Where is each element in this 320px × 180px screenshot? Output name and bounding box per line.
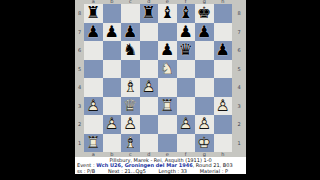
white-bishop-piece[interactable]: ♝♗: [121, 78, 140, 97]
piece-glyph: ♟: [195, 23, 214, 42]
coord-label-c: c: [121, 152, 140, 157]
chess-board: ♜♜♝♝♚♟♟♟♟♟♞♟♛♟♞♘♝♗♟♙♟♙♛♕♜♖♟♙♟♙♟♙♟♙♟♙♜♖♝♗…: [84, 4, 232, 152]
piece-outline: ♗: [121, 78, 140, 97]
piece-outline: ♙: [140, 78, 159, 97]
coord-label-2: 2: [75, 115, 84, 134]
black-bishop-piece[interactable]: ♝: [177, 4, 196, 23]
square-e7[interactable]: [158, 23, 177, 42]
piece-glyph: ♜: [140, 4, 159, 23]
white-pawn-piece[interactable]: ♟♙: [140, 78, 159, 97]
coord-label-e: e: [158, 152, 177, 157]
piece-glyph: ♜: [84, 4, 103, 23]
coord-label-h: h: [214, 152, 233, 157]
square-a5[interactable]: [84, 60, 103, 79]
rank-labels-right: 87654321: [232, 4, 246, 152]
black-bishop-piece[interactable]: ♝: [158, 4, 177, 23]
square-g2[interactable]: ♟♙: [195, 115, 214, 134]
square-d4[interactable]: ♟♙: [140, 78, 159, 97]
square-c6[interactable]: ♞: [121, 41, 140, 60]
coord-label-1: 1: [75, 134, 84, 153]
white-rook-piece[interactable]: ♜♖: [158, 97, 177, 116]
square-a8[interactable]: ♜: [84, 4, 103, 23]
square-g7[interactable]: ♟: [195, 23, 214, 42]
piece-glyph: ♟: [121, 23, 140, 42]
caption-stats: ss : P/B Next : 21...Qg5 Length : 33 Mat…: [75, 168, 246, 174]
black-pawn-piece[interactable]: ♟: [103, 23, 122, 42]
coord-label-f: f: [177, 152, 196, 157]
black-pawn-piece[interactable]: ♟: [121, 23, 140, 42]
square-f6[interactable]: ♛: [177, 41, 196, 60]
square-a4[interactable]: [84, 78, 103, 97]
piece-glyph: ♛: [177, 41, 196, 60]
square-d5[interactable]: [140, 60, 159, 79]
square-h1[interactable]: [214, 134, 233, 153]
square-h6[interactable]: ♟: [214, 41, 233, 60]
square-b5[interactable]: [103, 60, 122, 79]
piece-outline: ♖: [158, 97, 177, 116]
piece-outline: ♔: [195, 134, 214, 153]
board-frame: abcdefgh 87654321 ♜♜♝♝♚♟♟♟♟♟♞♟♛♟♞♘♝♗♟♙♟♙…: [75, 0, 246, 157]
black-pawn-piece[interactable]: ♟: [177, 23, 196, 42]
piece-outline: ♙: [214, 97, 233, 116]
white-king-piece[interactable]: ♚♔: [195, 134, 214, 153]
piece-glyph: ♟: [158, 41, 177, 60]
piece-outline: ♗: [121, 134, 140, 153]
coord-label-3: 3: [75, 97, 84, 116]
square-a3[interactable]: ♟♙: [84, 97, 103, 116]
square-h4[interactable]: [214, 78, 233, 97]
piece-glyph: ♟: [84, 23, 103, 42]
piece-glyph: ♞: [121, 41, 140, 60]
black-king-piece[interactable]: ♚: [195, 4, 214, 23]
square-g5[interactable]: [195, 60, 214, 79]
piece-outline: ♕: [121, 97, 140, 116]
square-h5[interactable]: [214, 60, 233, 79]
square-d3[interactable]: [140, 97, 159, 116]
square-e3[interactable]: ♜♖: [158, 97, 177, 116]
white-pawn-piece[interactable]: ♟♙: [121, 115, 140, 134]
square-f2[interactable]: ♟♙: [177, 115, 196, 134]
white-pawn-piece[interactable]: ♟♙: [103, 115, 122, 134]
coord-label-g: g: [195, 152, 214, 157]
square-h8[interactable]: [214, 4, 233, 23]
letterbox-left: [0, 0, 75, 180]
coord-label-6: 6: [75, 41, 84, 60]
piece-outline: ♙: [195, 115, 214, 134]
coord-label-d: d: [140, 152, 159, 157]
square-f1[interactable]: [177, 134, 196, 153]
square-e5[interactable]: ♞♘: [158, 60, 177, 79]
square-a1[interactable]: ♜♖: [84, 134, 103, 153]
square-e8[interactable]: ♝: [158, 4, 177, 23]
square-g1[interactable]: ♚♔: [195, 134, 214, 153]
square-f8[interactable]: ♝: [177, 4, 196, 23]
square-e2[interactable]: [158, 115, 177, 134]
piece-glyph: ♝: [158, 4, 177, 23]
square-e6[interactable]: ♟: [158, 41, 177, 60]
coord-label-1: 1: [232, 134, 246, 153]
square-a2[interactable]: [84, 115, 103, 134]
square-c3[interactable]: ♛♕: [121, 97, 140, 116]
square-b8[interactable]: [103, 4, 122, 23]
white-bishop-piece[interactable]: ♝♗: [121, 134, 140, 153]
square-c5[interactable]: [121, 60, 140, 79]
square-d7[interactable]: [140, 23, 159, 42]
square-f7[interactable]: ♟: [177, 23, 196, 42]
piece-outline: ♙: [84, 97, 103, 116]
piece-glyph: ♝: [177, 4, 196, 23]
square-c8[interactable]: [121, 4, 140, 23]
coord-label-3: 3: [232, 97, 246, 116]
piece-outline: ♙: [121, 115, 140, 134]
coord-label-2: 2: [232, 115, 246, 134]
piece-outline: ♙: [103, 115, 122, 134]
chess-diagram: abcdefgh 87654321 ♜♜♝♝♚♟♟♟♟♟♞♟♛♟♞♘♝♗♟♙♟♙…: [75, 0, 246, 180]
square-g3[interactable]: [195, 97, 214, 116]
white-pawn-piece[interactable]: ♟♙: [84, 97, 103, 116]
square-c7[interactable]: ♟: [121, 23, 140, 42]
square-d1[interactable]: [140, 134, 159, 153]
white-knight-piece[interactable]: ♞♘: [158, 60, 177, 79]
coord-label-8: 8: [75, 4, 84, 23]
square-b7[interactable]: ♟: [103, 23, 122, 42]
square-d2[interactable]: [140, 115, 159, 134]
coord-label-5: 5: [232, 60, 246, 79]
square-d8[interactable]: ♜: [140, 4, 159, 23]
square-g8[interactable]: ♚: [195, 4, 214, 23]
white-queen-piece[interactable]: ♛♕: [121, 97, 140, 116]
black-rook-piece[interactable]: ♜: [84, 4, 103, 23]
square-a6[interactable]: [84, 41, 103, 60]
square-b1[interactable]: [103, 134, 122, 153]
rank-labels-left: 87654321: [75, 4, 84, 152]
piece-glyph: ♟: [177, 23, 196, 42]
square-c1[interactable]: ♝♗: [121, 134, 140, 153]
black-pawn-piece[interactable]: ♟: [214, 41, 233, 60]
square-e1[interactable]: [158, 134, 177, 153]
square-h2[interactable]: [214, 115, 233, 134]
black-queen-piece[interactable]: ♛: [177, 41, 196, 60]
letterbox-right: [246, 0, 320, 180]
square-h7[interactable]: [214, 23, 233, 42]
coord-label-7: 7: [75, 23, 84, 42]
piece-glyph: ♟: [103, 23, 122, 42]
white-pawn-piece[interactable]: ♟♙: [195, 115, 214, 134]
square-b3[interactable]: [103, 97, 122, 116]
piece-outline: ♙: [177, 115, 196, 134]
black-pawn-piece[interactable]: ♟: [158, 41, 177, 60]
square-g6[interactable]: [195, 41, 214, 60]
square-c4[interactable]: ♝♗: [121, 78, 140, 97]
coord-label-4: 4: [75, 78, 84, 97]
file-labels-bottom: abcdefgh: [84, 152, 246, 157]
piece-outline: ♖: [84, 134, 103, 153]
coord-label-8: 8: [232, 4, 246, 23]
square-b2[interactable]: ♟♙: [103, 115, 122, 134]
square-h3[interactable]: ♟♙: [214, 97, 233, 116]
square-f3[interactable]: [177, 97, 196, 116]
square-d6[interactable]: [140, 41, 159, 60]
black-pawn-piece[interactable]: ♟: [84, 23, 103, 42]
white-rook-piece[interactable]: ♜♖: [84, 134, 103, 153]
piece-glyph: ♚: [195, 4, 214, 23]
coord-label-5: 5: [75, 60, 84, 79]
coord-label-4: 4: [232, 78, 246, 97]
white-pawn-piece[interactable]: ♟♙: [177, 115, 196, 134]
black-rook-piece[interactable]: ♜: [140, 4, 159, 23]
square-f5[interactable]: [177, 60, 196, 79]
white-pawn-piece[interactable]: ♟♙: [214, 97, 233, 116]
black-pawn-piece[interactable]: ♟: [195, 23, 214, 42]
coord-label-b: b: [103, 152, 122, 157]
square-e4[interactable]: [158, 78, 177, 97]
piece-outline: ♘: [158, 60, 177, 79]
coord-label-7: 7: [232, 23, 246, 42]
square-g4[interactable]: [195, 78, 214, 97]
black-knight-piece[interactable]: ♞: [121, 41, 140, 60]
caption-panel: Pillsbury, Marek - Rei, Asquith (1911) 1…: [75, 157, 246, 174]
square-f4[interactable]: [177, 78, 196, 97]
square-a7[interactable]: ♟: [84, 23, 103, 42]
coord-label-6: 6: [232, 41, 246, 60]
board-row: 87654321 ♜♜♝♝♚♟♟♟♟♟♞♟♛♟♞♘♝♗♟♙♟♙♛♕♜♖♟♙♟♙♟…: [75, 4, 246, 152]
square-b6[interactable]: [103, 41, 122, 60]
piece-glyph: ♟: [214, 41, 233, 60]
square-b4[interactable]: [103, 78, 122, 97]
coord-label-a: a: [84, 152, 103, 157]
square-c2[interactable]: ♟♙: [121, 115, 140, 134]
